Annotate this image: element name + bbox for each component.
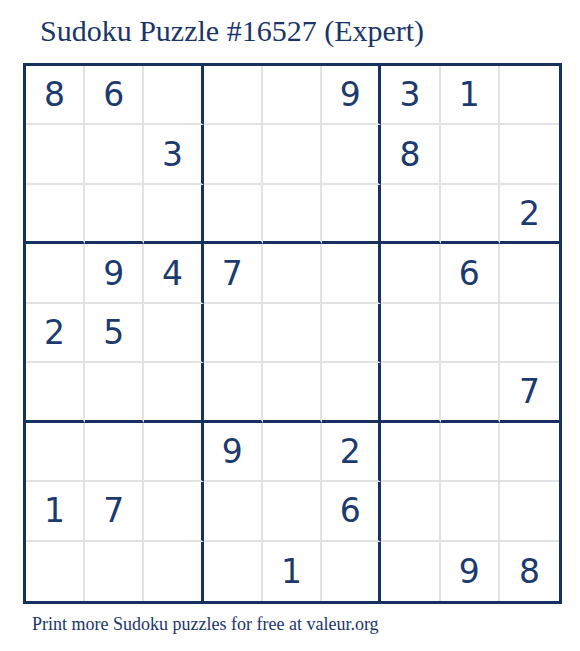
cell-r5c6[interactable] bbox=[322, 304, 381, 363]
cell-r2c5[interactable] bbox=[263, 125, 322, 184]
cell-r6c1[interactable] bbox=[26, 363, 85, 422]
cell-r5c3[interactable] bbox=[144, 304, 203, 363]
cell-r4c5[interactable] bbox=[263, 244, 322, 303]
cell-r5c9[interactable] bbox=[500, 304, 559, 363]
cell-r8c3[interactable] bbox=[144, 482, 203, 541]
cell-r2c8[interactable] bbox=[441, 125, 500, 184]
cell-r6c4[interactable] bbox=[204, 363, 263, 422]
cell-r9c7[interactable] bbox=[381, 542, 440, 601]
cell-r4c3[interactable]: 4 bbox=[144, 244, 203, 303]
cell-r7c2[interactable] bbox=[85, 423, 144, 482]
cell-r2c4[interactable] bbox=[204, 125, 263, 184]
cell-r3c7[interactable] bbox=[381, 185, 440, 244]
cell-r2c2[interactable] bbox=[85, 125, 144, 184]
cell-r6c5[interactable] bbox=[263, 363, 322, 422]
cell-r4c7[interactable] bbox=[381, 244, 440, 303]
cell-r4c1[interactable] bbox=[26, 244, 85, 303]
cell-r2c1[interactable] bbox=[26, 125, 85, 184]
cell-r8c6[interactable]: 6 bbox=[322, 482, 381, 541]
cell-r1c6[interactable]: 9 bbox=[322, 66, 381, 125]
cell-r8c5[interactable] bbox=[263, 482, 322, 541]
cell-r6c9[interactable]: 7 bbox=[500, 363, 559, 422]
cell-r7c3[interactable] bbox=[144, 423, 203, 482]
cell-r4c2[interactable]: 9 bbox=[85, 244, 144, 303]
cell-r3c9[interactable]: 2 bbox=[500, 185, 559, 244]
cell-r1c1[interactable]: 8 bbox=[26, 66, 85, 125]
cell-r9c2[interactable] bbox=[85, 542, 144, 601]
cell-r9c8[interactable]: 9 bbox=[441, 542, 500, 601]
cell-r3c3[interactable] bbox=[144, 185, 203, 244]
footer-text: Print more Sudoku puzzles for free at va… bbox=[32, 614, 379, 635]
cell-r3c6[interactable] bbox=[322, 185, 381, 244]
cell-r7c6[interactable]: 2 bbox=[322, 423, 381, 482]
cell-r2c3[interactable]: 3 bbox=[144, 125, 203, 184]
cell-r4c9[interactable] bbox=[500, 244, 559, 303]
cell-r4c6[interactable] bbox=[322, 244, 381, 303]
cell-r7c5[interactable] bbox=[263, 423, 322, 482]
cell-r6c3[interactable] bbox=[144, 363, 203, 422]
cell-r1c3[interactable] bbox=[144, 66, 203, 125]
cell-r7c9[interactable] bbox=[500, 423, 559, 482]
cell-r2c9[interactable] bbox=[500, 125, 559, 184]
cell-r5c2[interactable]: 5 bbox=[85, 304, 144, 363]
cell-r1c5[interactable] bbox=[263, 66, 322, 125]
cell-r8c4[interactable] bbox=[204, 482, 263, 541]
sudoku-board: 86931382947625792176198 bbox=[23, 63, 562, 604]
cell-r7c4[interactable]: 9 bbox=[204, 423, 263, 482]
cell-r3c1[interactable] bbox=[26, 185, 85, 244]
cell-r8c9[interactable] bbox=[500, 482, 559, 541]
cell-r5c1[interactable]: 2 bbox=[26, 304, 85, 363]
cell-r8c1[interactable]: 1 bbox=[26, 482, 85, 541]
cell-r3c5[interactable] bbox=[263, 185, 322, 244]
cell-r3c4[interactable] bbox=[204, 185, 263, 244]
cell-r6c2[interactable] bbox=[85, 363, 144, 422]
cell-r5c8[interactable] bbox=[441, 304, 500, 363]
sudoku-page: Sudoku Puzzle #16527 (Expert) 8693138294… bbox=[0, 0, 580, 651]
cell-r6c8[interactable] bbox=[441, 363, 500, 422]
cell-r4c4[interactable]: 7 bbox=[204, 244, 263, 303]
cell-r9c4[interactable] bbox=[204, 542, 263, 601]
cell-r7c8[interactable] bbox=[441, 423, 500, 482]
cell-r5c7[interactable] bbox=[381, 304, 440, 363]
cell-r9c3[interactable] bbox=[144, 542, 203, 601]
cell-r9c5[interactable]: 1 bbox=[263, 542, 322, 601]
cell-r1c9[interactable] bbox=[500, 66, 559, 125]
cell-r9c6[interactable] bbox=[322, 542, 381, 601]
cell-r7c1[interactable] bbox=[26, 423, 85, 482]
cell-r1c4[interactable] bbox=[204, 66, 263, 125]
cell-r4c8[interactable]: 6 bbox=[441, 244, 500, 303]
cell-r9c1[interactable] bbox=[26, 542, 85, 601]
cell-r9c9[interactable]: 8 bbox=[500, 542, 559, 601]
cell-r5c4[interactable] bbox=[204, 304, 263, 363]
cell-r7c7[interactable] bbox=[381, 423, 440, 482]
cell-r6c6[interactable] bbox=[322, 363, 381, 422]
cell-r1c2[interactable]: 6 bbox=[85, 66, 144, 125]
cell-r1c8[interactable]: 1 bbox=[441, 66, 500, 125]
cell-r2c7[interactable]: 8 bbox=[381, 125, 440, 184]
cell-r5c5[interactable] bbox=[263, 304, 322, 363]
cell-r8c8[interactable] bbox=[441, 482, 500, 541]
cell-r2c6[interactable] bbox=[322, 125, 381, 184]
page-title: Sudoku Puzzle #16527 (Expert) bbox=[40, 14, 424, 48]
cell-r8c7[interactable] bbox=[381, 482, 440, 541]
cell-r1c7[interactable]: 3 bbox=[381, 66, 440, 125]
cell-r3c8[interactable] bbox=[441, 185, 500, 244]
cell-r6c7[interactable] bbox=[381, 363, 440, 422]
cell-r3c2[interactable] bbox=[85, 185, 144, 244]
cell-r8c2[interactable]: 7 bbox=[85, 482, 144, 541]
